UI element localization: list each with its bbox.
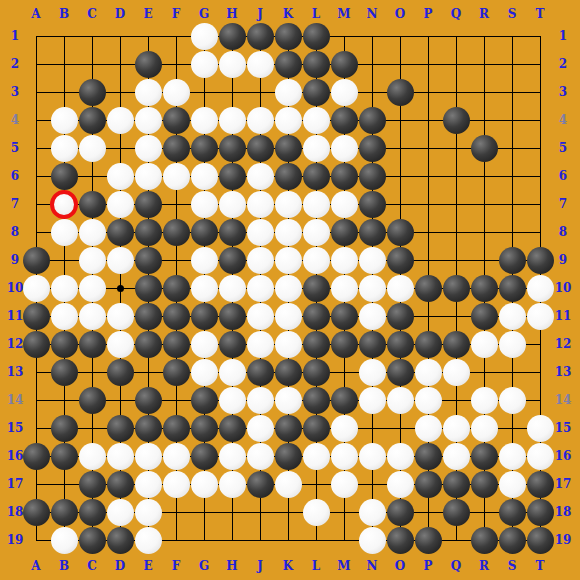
intersection-C16[interactable] bbox=[78, 442, 106, 470]
intersection-P4[interactable] bbox=[414, 106, 442, 134]
intersection-N14[interactable] bbox=[358, 386, 386, 414]
intersection-F2[interactable] bbox=[162, 50, 190, 78]
intersection-T10[interactable] bbox=[526, 274, 554, 302]
intersection-O4[interactable] bbox=[386, 106, 414, 134]
intersection-M10[interactable] bbox=[330, 274, 358, 302]
intersection-A13[interactable] bbox=[22, 358, 50, 386]
intersection-L12[interactable] bbox=[302, 330, 330, 358]
intersection-R4[interactable] bbox=[470, 106, 498, 134]
intersection-G19[interactable] bbox=[190, 526, 218, 554]
intersection-G10[interactable] bbox=[190, 274, 218, 302]
intersection-R2[interactable] bbox=[470, 50, 498, 78]
intersection-F3[interactable] bbox=[162, 78, 190, 106]
intersection-R1[interactable] bbox=[470, 22, 498, 50]
intersection-B13[interactable] bbox=[50, 358, 78, 386]
intersection-A6[interactable] bbox=[22, 162, 50, 190]
intersection-E9[interactable] bbox=[134, 246, 162, 274]
intersection-C8[interactable] bbox=[78, 218, 106, 246]
intersection-B10[interactable] bbox=[50, 274, 78, 302]
intersection-G16[interactable] bbox=[190, 442, 218, 470]
intersection-J18[interactable] bbox=[246, 498, 274, 526]
intersection-T1[interactable] bbox=[526, 22, 554, 50]
intersection-M12[interactable] bbox=[330, 330, 358, 358]
intersection-T16[interactable] bbox=[526, 442, 554, 470]
intersection-Q10[interactable] bbox=[442, 274, 470, 302]
intersection-K13[interactable] bbox=[274, 358, 302, 386]
intersection-A17[interactable] bbox=[22, 470, 50, 498]
intersection-D10[interactable] bbox=[106, 274, 134, 302]
intersection-Q6[interactable] bbox=[442, 162, 470, 190]
intersection-R17[interactable] bbox=[470, 470, 498, 498]
intersection-T14[interactable] bbox=[526, 386, 554, 414]
intersection-Q14[interactable] bbox=[442, 386, 470, 414]
intersection-C17[interactable] bbox=[78, 470, 106, 498]
intersection-T9[interactable] bbox=[526, 246, 554, 274]
intersection-C6[interactable] bbox=[78, 162, 106, 190]
intersection-K10[interactable] bbox=[274, 274, 302, 302]
intersection-O11[interactable] bbox=[386, 302, 414, 330]
intersection-M8[interactable] bbox=[330, 218, 358, 246]
intersection-A10[interactable] bbox=[22, 274, 50, 302]
intersection-D8[interactable] bbox=[106, 218, 134, 246]
intersection-E6[interactable] bbox=[134, 162, 162, 190]
intersection-J1[interactable] bbox=[246, 22, 274, 50]
intersection-G13[interactable] bbox=[190, 358, 218, 386]
intersection-M3[interactable] bbox=[330, 78, 358, 106]
intersection-N12[interactable] bbox=[358, 330, 386, 358]
intersection-A9[interactable] bbox=[22, 246, 50, 274]
intersection-N16[interactable] bbox=[358, 442, 386, 470]
intersection-S15[interactable] bbox=[498, 414, 526, 442]
intersection-N4[interactable] bbox=[358, 106, 386, 134]
intersection-L2[interactable] bbox=[302, 50, 330, 78]
intersection-R7[interactable] bbox=[470, 190, 498, 218]
intersection-F15[interactable] bbox=[162, 414, 190, 442]
intersection-P2[interactable] bbox=[414, 50, 442, 78]
intersection-N11[interactable] bbox=[358, 302, 386, 330]
intersection-K16[interactable] bbox=[274, 442, 302, 470]
intersection-G1[interactable] bbox=[190, 22, 218, 50]
intersection-J7[interactable] bbox=[246, 190, 274, 218]
intersection-H16[interactable] bbox=[218, 442, 246, 470]
intersection-Q17[interactable] bbox=[442, 470, 470, 498]
intersection-E15[interactable] bbox=[134, 414, 162, 442]
intersection-C4[interactable] bbox=[78, 106, 106, 134]
intersection-H6[interactable] bbox=[218, 162, 246, 190]
intersection-P18[interactable] bbox=[414, 498, 442, 526]
intersection-O17[interactable] bbox=[386, 470, 414, 498]
intersection-D5[interactable] bbox=[106, 134, 134, 162]
intersection-C9[interactable] bbox=[78, 246, 106, 274]
intersection-S6[interactable] bbox=[498, 162, 526, 190]
intersection-E17[interactable] bbox=[134, 470, 162, 498]
intersection-M13[interactable] bbox=[330, 358, 358, 386]
intersection-E5[interactable] bbox=[134, 134, 162, 162]
intersection-D7[interactable] bbox=[106, 190, 134, 218]
intersection-G11[interactable] bbox=[190, 302, 218, 330]
intersection-P6[interactable] bbox=[414, 162, 442, 190]
intersection-H9[interactable] bbox=[218, 246, 246, 274]
intersection-C3[interactable] bbox=[78, 78, 106, 106]
intersection-Q13[interactable] bbox=[442, 358, 470, 386]
intersection-E16[interactable] bbox=[134, 442, 162, 470]
intersection-D15[interactable] bbox=[106, 414, 134, 442]
intersection-N1[interactable] bbox=[358, 22, 386, 50]
intersection-D12[interactable] bbox=[106, 330, 134, 358]
intersection-A3[interactable] bbox=[22, 78, 50, 106]
intersection-P19[interactable] bbox=[414, 526, 442, 554]
intersection-D18[interactable] bbox=[106, 498, 134, 526]
intersection-Q19[interactable] bbox=[442, 526, 470, 554]
intersection-T19[interactable] bbox=[526, 526, 554, 554]
intersection-B17[interactable] bbox=[50, 470, 78, 498]
intersection-G9[interactable] bbox=[190, 246, 218, 274]
intersection-K11[interactable] bbox=[274, 302, 302, 330]
intersection-A12[interactable] bbox=[22, 330, 50, 358]
intersection-E1[interactable] bbox=[134, 22, 162, 50]
intersection-K3[interactable] bbox=[274, 78, 302, 106]
intersection-F4[interactable] bbox=[162, 106, 190, 134]
intersection-F8[interactable] bbox=[162, 218, 190, 246]
intersection-G3[interactable] bbox=[190, 78, 218, 106]
intersection-C5[interactable] bbox=[78, 134, 106, 162]
intersection-A19[interactable] bbox=[22, 526, 50, 554]
intersection-N5[interactable] bbox=[358, 134, 386, 162]
intersection-N8[interactable] bbox=[358, 218, 386, 246]
intersection-L9[interactable] bbox=[302, 246, 330, 274]
intersection-K4[interactable] bbox=[274, 106, 302, 134]
intersection-Q16[interactable] bbox=[442, 442, 470, 470]
intersection-E11[interactable] bbox=[134, 302, 162, 330]
intersection-J19[interactable] bbox=[246, 526, 274, 554]
intersection-N3[interactable] bbox=[358, 78, 386, 106]
intersection-F16[interactable] bbox=[162, 442, 190, 470]
intersection-R15[interactable] bbox=[470, 414, 498, 442]
intersection-H15[interactable] bbox=[218, 414, 246, 442]
intersection-T2[interactable] bbox=[526, 50, 554, 78]
intersection-N13[interactable] bbox=[358, 358, 386, 386]
intersection-O14[interactable] bbox=[386, 386, 414, 414]
intersection-H10[interactable] bbox=[218, 274, 246, 302]
intersection-C10[interactable] bbox=[78, 274, 106, 302]
intersection-E10[interactable] bbox=[134, 274, 162, 302]
intersection-T3[interactable] bbox=[526, 78, 554, 106]
intersection-D2[interactable] bbox=[106, 50, 134, 78]
intersection-M5[interactable] bbox=[330, 134, 358, 162]
intersection-Q15[interactable] bbox=[442, 414, 470, 442]
intersection-E13[interactable] bbox=[134, 358, 162, 386]
intersection-N18[interactable] bbox=[358, 498, 386, 526]
intersection-A18[interactable] bbox=[22, 498, 50, 526]
intersection-H18[interactable] bbox=[218, 498, 246, 526]
intersection-D19[interactable] bbox=[106, 526, 134, 554]
board-intersections[interactable] bbox=[22, 22, 554, 554]
intersection-O2[interactable] bbox=[386, 50, 414, 78]
intersection-R6[interactable] bbox=[470, 162, 498, 190]
intersection-F12[interactable] bbox=[162, 330, 190, 358]
intersection-B16[interactable] bbox=[50, 442, 78, 470]
intersection-R18[interactable] bbox=[470, 498, 498, 526]
intersection-C11[interactable] bbox=[78, 302, 106, 330]
intersection-F17[interactable] bbox=[162, 470, 190, 498]
intersection-P8[interactable] bbox=[414, 218, 442, 246]
intersection-P13[interactable] bbox=[414, 358, 442, 386]
intersection-G8[interactable] bbox=[190, 218, 218, 246]
intersection-D16[interactable] bbox=[106, 442, 134, 470]
intersection-H2[interactable] bbox=[218, 50, 246, 78]
intersection-L4[interactable] bbox=[302, 106, 330, 134]
intersection-B2[interactable] bbox=[50, 50, 78, 78]
intersection-T13[interactable] bbox=[526, 358, 554, 386]
intersection-H12[interactable] bbox=[218, 330, 246, 358]
intersection-L5[interactable] bbox=[302, 134, 330, 162]
intersection-B9[interactable] bbox=[50, 246, 78, 274]
intersection-O9[interactable] bbox=[386, 246, 414, 274]
intersection-H7[interactable] bbox=[218, 190, 246, 218]
intersection-F18[interactable] bbox=[162, 498, 190, 526]
intersection-T8[interactable] bbox=[526, 218, 554, 246]
intersection-F19[interactable] bbox=[162, 526, 190, 554]
intersection-R8[interactable] bbox=[470, 218, 498, 246]
intersection-K17[interactable] bbox=[274, 470, 302, 498]
intersection-T15[interactable] bbox=[526, 414, 554, 442]
intersection-F10[interactable] bbox=[162, 274, 190, 302]
intersection-L14[interactable] bbox=[302, 386, 330, 414]
intersection-O15[interactable] bbox=[386, 414, 414, 442]
intersection-O16[interactable] bbox=[386, 442, 414, 470]
intersection-J6[interactable] bbox=[246, 162, 274, 190]
intersection-H19[interactable] bbox=[218, 526, 246, 554]
intersection-C7[interactable] bbox=[78, 190, 106, 218]
intersection-S4[interactable] bbox=[498, 106, 526, 134]
intersection-D1[interactable] bbox=[106, 22, 134, 50]
intersection-D11[interactable] bbox=[106, 302, 134, 330]
intersection-P15[interactable] bbox=[414, 414, 442, 442]
intersection-G18[interactable] bbox=[190, 498, 218, 526]
intersection-R5[interactable] bbox=[470, 134, 498, 162]
intersection-Q3[interactable] bbox=[442, 78, 470, 106]
intersection-H17[interactable] bbox=[218, 470, 246, 498]
intersection-L11[interactable] bbox=[302, 302, 330, 330]
intersection-T17[interactable] bbox=[526, 470, 554, 498]
intersection-E7[interactable] bbox=[134, 190, 162, 218]
intersection-R14[interactable] bbox=[470, 386, 498, 414]
intersection-O13[interactable] bbox=[386, 358, 414, 386]
intersection-O3[interactable] bbox=[386, 78, 414, 106]
intersection-A11[interactable] bbox=[22, 302, 50, 330]
intersection-M19[interactable] bbox=[330, 526, 358, 554]
intersection-S5[interactable] bbox=[498, 134, 526, 162]
intersection-O8[interactable] bbox=[386, 218, 414, 246]
intersection-C2[interactable] bbox=[78, 50, 106, 78]
intersection-J12[interactable] bbox=[246, 330, 274, 358]
intersection-J8[interactable] bbox=[246, 218, 274, 246]
intersection-J17[interactable] bbox=[246, 470, 274, 498]
intersection-E3[interactable] bbox=[134, 78, 162, 106]
intersection-C19[interactable] bbox=[78, 526, 106, 554]
intersection-L3[interactable] bbox=[302, 78, 330, 106]
intersection-K8[interactable] bbox=[274, 218, 302, 246]
intersection-L8[interactable] bbox=[302, 218, 330, 246]
intersection-P12[interactable] bbox=[414, 330, 442, 358]
intersection-M6[interactable] bbox=[330, 162, 358, 190]
intersection-D14[interactable] bbox=[106, 386, 134, 414]
intersection-R9[interactable] bbox=[470, 246, 498, 274]
intersection-A2[interactable] bbox=[22, 50, 50, 78]
intersection-B15[interactable] bbox=[50, 414, 78, 442]
intersection-K7[interactable] bbox=[274, 190, 302, 218]
intersection-G4[interactable] bbox=[190, 106, 218, 134]
intersection-C15[interactable] bbox=[78, 414, 106, 442]
intersection-S3[interactable] bbox=[498, 78, 526, 106]
intersection-K12[interactable] bbox=[274, 330, 302, 358]
intersection-L17[interactable] bbox=[302, 470, 330, 498]
intersection-M18[interactable] bbox=[330, 498, 358, 526]
intersection-O19[interactable] bbox=[386, 526, 414, 554]
intersection-Q7[interactable] bbox=[442, 190, 470, 218]
intersection-N15[interactable] bbox=[358, 414, 386, 442]
intersection-D13[interactable] bbox=[106, 358, 134, 386]
intersection-J4[interactable] bbox=[246, 106, 274, 134]
intersection-K18[interactable] bbox=[274, 498, 302, 526]
intersection-P17[interactable] bbox=[414, 470, 442, 498]
intersection-R12[interactable] bbox=[470, 330, 498, 358]
intersection-N9[interactable] bbox=[358, 246, 386, 274]
intersection-Q12[interactable] bbox=[442, 330, 470, 358]
intersection-G6[interactable] bbox=[190, 162, 218, 190]
intersection-B1[interactable] bbox=[50, 22, 78, 50]
intersection-D4[interactable] bbox=[106, 106, 134, 134]
intersection-S10[interactable] bbox=[498, 274, 526, 302]
intersection-M15[interactable] bbox=[330, 414, 358, 442]
intersection-A16[interactable] bbox=[22, 442, 50, 470]
intersection-T5[interactable] bbox=[526, 134, 554, 162]
intersection-L16[interactable] bbox=[302, 442, 330, 470]
intersection-S12[interactable] bbox=[498, 330, 526, 358]
intersection-L15[interactable] bbox=[302, 414, 330, 442]
intersection-H4[interactable] bbox=[218, 106, 246, 134]
intersection-S16[interactable] bbox=[498, 442, 526, 470]
intersection-M14[interactable] bbox=[330, 386, 358, 414]
intersection-T18[interactable] bbox=[526, 498, 554, 526]
intersection-S9[interactable] bbox=[498, 246, 526, 274]
intersection-C1[interactable] bbox=[78, 22, 106, 50]
intersection-L1[interactable] bbox=[302, 22, 330, 50]
intersection-M11[interactable] bbox=[330, 302, 358, 330]
intersection-H8[interactable] bbox=[218, 218, 246, 246]
intersection-T7[interactable] bbox=[526, 190, 554, 218]
intersection-A4[interactable] bbox=[22, 106, 50, 134]
intersection-G5[interactable] bbox=[190, 134, 218, 162]
intersection-F5[interactable] bbox=[162, 134, 190, 162]
intersection-A8[interactable] bbox=[22, 218, 50, 246]
intersection-S2[interactable] bbox=[498, 50, 526, 78]
intersection-J5[interactable] bbox=[246, 134, 274, 162]
intersection-M4[interactable] bbox=[330, 106, 358, 134]
intersection-R16[interactable] bbox=[470, 442, 498, 470]
intersection-Q1[interactable] bbox=[442, 22, 470, 50]
intersection-E2[interactable] bbox=[134, 50, 162, 78]
intersection-R13[interactable] bbox=[470, 358, 498, 386]
intersection-M1[interactable] bbox=[330, 22, 358, 50]
intersection-H14[interactable] bbox=[218, 386, 246, 414]
intersection-S7[interactable] bbox=[498, 190, 526, 218]
intersection-N19[interactable] bbox=[358, 526, 386, 554]
intersection-N6[interactable] bbox=[358, 162, 386, 190]
intersection-H3[interactable] bbox=[218, 78, 246, 106]
intersection-P3[interactable] bbox=[414, 78, 442, 106]
intersection-P5[interactable] bbox=[414, 134, 442, 162]
intersection-F1[interactable] bbox=[162, 22, 190, 50]
intersection-F14[interactable] bbox=[162, 386, 190, 414]
intersection-O18[interactable] bbox=[386, 498, 414, 526]
intersection-F7[interactable] bbox=[162, 190, 190, 218]
intersection-M9[interactable] bbox=[330, 246, 358, 274]
intersection-D6[interactable] bbox=[106, 162, 134, 190]
intersection-Q18[interactable] bbox=[442, 498, 470, 526]
intersection-E14[interactable] bbox=[134, 386, 162, 414]
intersection-K6[interactable] bbox=[274, 162, 302, 190]
intersection-C13[interactable] bbox=[78, 358, 106, 386]
intersection-P11[interactable] bbox=[414, 302, 442, 330]
intersection-L7[interactable] bbox=[302, 190, 330, 218]
intersection-S13[interactable] bbox=[498, 358, 526, 386]
intersection-J10[interactable] bbox=[246, 274, 274, 302]
intersection-R10[interactable] bbox=[470, 274, 498, 302]
intersection-D3[interactable] bbox=[106, 78, 134, 106]
intersection-K5[interactable] bbox=[274, 134, 302, 162]
intersection-B6[interactable] bbox=[50, 162, 78, 190]
intersection-B5[interactable] bbox=[50, 134, 78, 162]
intersection-S14[interactable] bbox=[498, 386, 526, 414]
intersection-G12[interactable] bbox=[190, 330, 218, 358]
intersection-H1[interactable] bbox=[218, 22, 246, 50]
intersection-C12[interactable] bbox=[78, 330, 106, 358]
intersection-B19[interactable] bbox=[50, 526, 78, 554]
intersection-S18[interactable] bbox=[498, 498, 526, 526]
intersection-A5[interactable] bbox=[22, 134, 50, 162]
intersection-Q4[interactable] bbox=[442, 106, 470, 134]
intersection-Q5[interactable] bbox=[442, 134, 470, 162]
intersection-R11[interactable] bbox=[470, 302, 498, 330]
intersection-J15[interactable] bbox=[246, 414, 274, 442]
intersection-C18[interactable] bbox=[78, 498, 106, 526]
intersection-H5[interactable] bbox=[218, 134, 246, 162]
intersection-O1[interactable] bbox=[386, 22, 414, 50]
intersection-K1[interactable] bbox=[274, 22, 302, 50]
intersection-O7[interactable] bbox=[386, 190, 414, 218]
intersection-J13[interactable] bbox=[246, 358, 274, 386]
intersection-K14[interactable] bbox=[274, 386, 302, 414]
intersection-N10[interactable] bbox=[358, 274, 386, 302]
intersection-K2[interactable] bbox=[274, 50, 302, 78]
intersection-A1[interactable] bbox=[22, 22, 50, 50]
intersection-O10[interactable] bbox=[386, 274, 414, 302]
intersection-M2[interactable] bbox=[330, 50, 358, 78]
intersection-E19[interactable] bbox=[134, 526, 162, 554]
intersection-L18[interactable] bbox=[302, 498, 330, 526]
intersection-H13[interactable] bbox=[218, 358, 246, 386]
intersection-G14[interactable] bbox=[190, 386, 218, 414]
intersection-K15[interactable] bbox=[274, 414, 302, 442]
intersection-P1[interactable] bbox=[414, 22, 442, 50]
intersection-G7[interactable] bbox=[190, 190, 218, 218]
intersection-F11[interactable] bbox=[162, 302, 190, 330]
intersection-Q2[interactable] bbox=[442, 50, 470, 78]
intersection-B11[interactable] bbox=[50, 302, 78, 330]
intersection-E12[interactable] bbox=[134, 330, 162, 358]
intersection-A14[interactable] bbox=[22, 386, 50, 414]
